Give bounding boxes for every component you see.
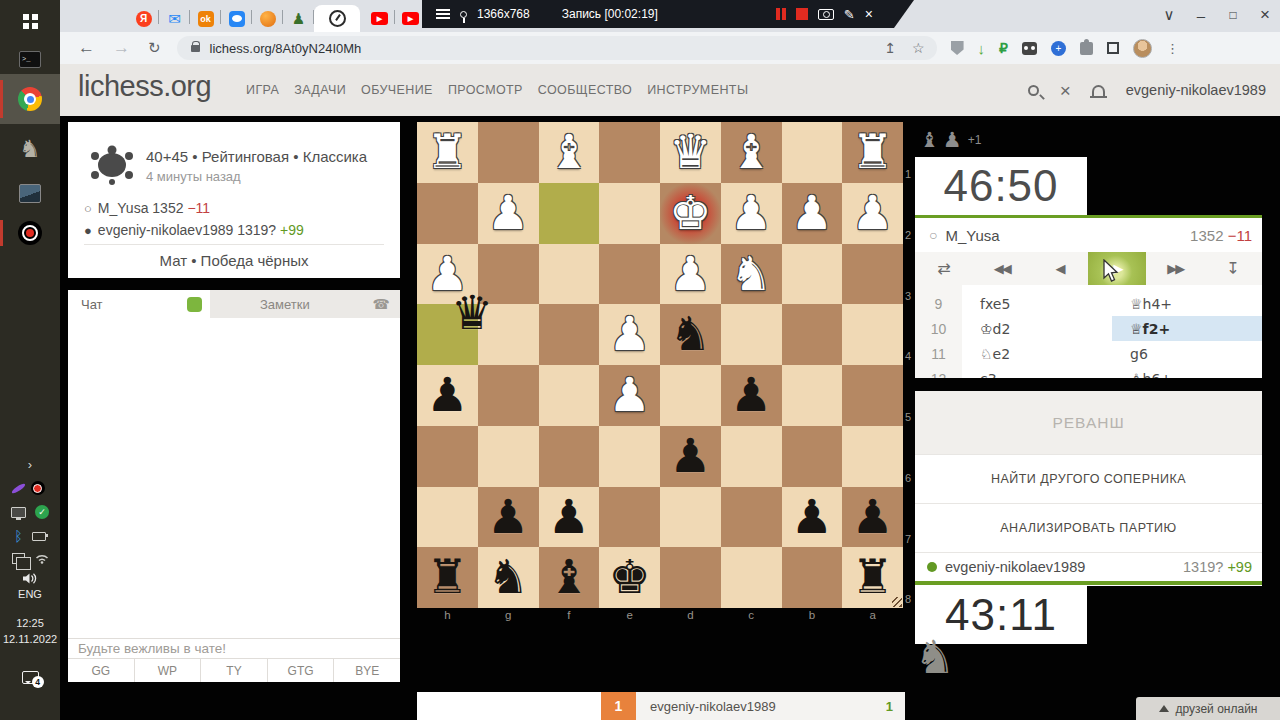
file-label-f: f	[539, 609, 600, 623]
time-ago-label: 4 минуты назад	[146, 169, 241, 184]
binoculars-extension-icon[interactable]	[1022, 42, 1037, 55]
square-g2[interactable]	[478, 183, 539, 244]
chess-pawn-favicon: ♟	[292, 10, 305, 28]
square-f5[interactable]	[539, 365, 600, 426]
nav-item-просмотр[interactable]: ПРОСМОТР	[448, 83, 523, 97]
os-taskbar: >_ ♞ › ✓ ᛒ ENG 12:25 12.11.2022 4	[0, 0, 60, 720]
search-icon[interactable]	[1028, 85, 1039, 96]
square-h8[interactable]	[417, 547, 478, 608]
taskbar-chess-app[interactable]: ♞	[0, 132, 60, 166]
square-d5[interactable]	[660, 365, 721, 426]
player-bottom-rating: 1319? +99	[1183, 559, 1252, 575]
move-white[interactable]: c3	[962, 366, 1112, 378]
turtle-classical-icon	[86, 144, 138, 186]
analyze-button[interactable]: АНАЛИЗИРОВАТЬ ПАРТИЮ	[915, 503, 1262, 552]
square-f1[interactable]	[539, 122, 600, 183]
square-g7[interactable]	[478, 487, 539, 548]
rank-label-3: 3	[905, 290, 911, 302]
tray-volume[interactable]	[0, 568, 60, 588]
player-top-name[interactable]: M_Yusa	[945, 227, 999, 244]
crosstable-total: 1	[886, 699, 893, 714]
url-text: lichess.org/8At0yN24I0Mh	[210, 41, 362, 56]
nav-item-задачи[interactable]: ЗАДАЧИ	[294, 83, 346, 97]
picture-icon	[19, 184, 41, 203]
white-rating-delta: −11	[187, 200, 210, 216]
start-button[interactable]	[0, 6, 60, 36]
crosstable-player-row[interactable]: evgeniy-nikolaev1989 1	[636, 692, 905, 720]
rank-label-2: 2	[905, 229, 911, 241]
square-b6[interactable]	[782, 426, 843, 487]
square-d6[interactable]	[660, 426, 721, 487]
square-g4[interactable]	[478, 304, 539, 365]
square-c3[interactable]	[721, 244, 782, 305]
square-d3[interactable]	[660, 244, 721, 305]
square-f4[interactable]	[539, 304, 600, 365]
lichess-logo[interactable]: lichess.org	[78, 70, 211, 103]
frame-icon[interactable]	[1107, 42, 1119, 54]
square-g8[interactable]	[478, 547, 539, 608]
move-row-12: 12c3♗h6+	[915, 366, 1262, 378]
square-a4[interactable]	[842, 304, 903, 365]
chevron-expand-icon: ›	[28, 457, 32, 472]
window-close-button[interactable]: ×	[1250, 0, 1280, 30]
lock-icon	[191, 45, 200, 52]
white-player-line[interactable]: ○M_Yusa 1352 −11	[84, 200, 210, 216]
feather-icon	[10, 482, 27, 494]
date-label: 12.11.2022	[0, 633, 60, 645]
square-a5[interactable]	[842, 365, 903, 426]
move-number: 9	[915, 291, 962, 316]
file-label-b: b	[782, 609, 843, 623]
knight-silhouette-icon: ♞	[914, 634, 955, 680]
square-c4[interactable]	[721, 304, 782, 365]
square-a2[interactable]	[842, 183, 903, 244]
captured-pawn-icon: ♟	[943, 128, 962, 152]
chat-tabs: Чат Заметки☎	[68, 290, 400, 318]
share-icon[interactable]: ↥	[884, 40, 896, 56]
black-rating-delta: +99	[280, 222, 304, 238]
material-score: +1	[968, 133, 982, 147]
header-username[interactable]: evgeniy-nikolaev1989	[1126, 82, 1266, 98]
terminal-icon: >_	[19, 51, 41, 68]
time-control-label: 40+45 • Рейтинговая • Классика	[146, 148, 367, 165]
stop-icon[interactable]	[796, 8, 808, 20]
tab-notes[interactable]: Заметки☎	[210, 290, 400, 318]
square-a3[interactable]	[842, 244, 903, 305]
square-d8[interactable]	[660, 547, 721, 608]
time-label: 12:25	[0, 617, 60, 629]
record-dot-icon	[31, 481, 45, 495]
language-label: ENG	[0, 588, 60, 600]
record-icon	[18, 221, 42, 245]
board-resize-grip[interactable]	[892, 597, 902, 607]
recorder-status: Запись [00:02:19]	[562, 7, 658, 21]
rematch-button[interactable]: РЕВАНШ	[915, 391, 1262, 454]
mouse-cursor	[1098, 259, 1122, 285]
chat-panel: Чат Заметки☎ Будьте вежливы в чате! GGWP…	[68, 290, 400, 682]
square-e7[interactable]	[599, 487, 660, 548]
chat-toggle[interactable]	[187, 297, 202, 312]
square-f6[interactable]	[539, 426, 600, 487]
post-game-card: РЕВАНШ НАЙТИ ДРУГОГО СОПЕРНИКА АНАЛИЗИРО…	[915, 391, 1262, 586]
messenger-favicon	[229, 11, 245, 27]
square-d7[interactable]	[660, 487, 721, 548]
browser-tab-mail[interactable]: ✉	[159, 5, 190, 32]
nav-item-игра[interactable]: ИГРА	[246, 83, 279, 97]
odnoklassniki-favicon: ok	[198, 11, 214, 27]
square-h2[interactable]	[417, 183, 478, 244]
taskbar-chrome[interactable]	[0, 74, 60, 124]
square-h7[interactable]	[417, 487, 478, 548]
file-label-a: a	[842, 609, 903, 623]
square-c2[interactable]	[721, 183, 782, 244]
browser-tab-lichess[interactable]	[314, 5, 360, 32]
crosstable: 1 evgeniy-nikolaev1989 1	[417, 692, 905, 720]
move-white[interactable]: fxe5	[962, 291, 1112, 316]
square-e5[interactable]	[599, 365, 660, 426]
move-number: 11	[915, 341, 962, 366]
chat-preset-buttons: GGWPTYGTGBYE	[68, 658, 400, 682]
file-label-d: d	[660, 609, 721, 623]
square-f7[interactable]	[539, 487, 600, 548]
wifi-icon	[35, 552, 49, 564]
nav-item-обучение[interactable]: ОБУЧЕНИЕ	[361, 83, 433, 97]
lichess-header: lichess.org ИГРАЗАДАЧИОБУЧЕНИЕПРОСМОТРСО…	[60, 64, 1280, 116]
rank-label-4: 4	[905, 350, 911, 362]
square-a6[interactable]	[842, 426, 903, 487]
move-list: 8♕d1c59fxe5♕h4+10♔d2♕f2+11♘e2g612c3♗h6+	[915, 285, 1262, 378]
move-black[interactable]: ♕h4+	[1112, 291, 1262, 316]
square-f2[interactable]	[539, 183, 600, 244]
browser-tab-ball[interactable]	[252, 5, 283, 32]
chat-preset-gg[interactable]: GG	[68, 659, 135, 682]
window-minimize-button[interactable]: –	[1186, 0, 1216, 30]
last-move-button[interactable]: ▶▶	[1146, 252, 1204, 285]
square-c7[interactable]	[721, 487, 782, 548]
tray-row-3[interactable]: ᛒ	[0, 526, 60, 546]
friends-online-bar[interactable]: друзей онлайн	[1136, 697, 1280, 720]
tray-clock-time[interactable]: 12:25	[0, 616, 60, 630]
shield-check-icon: ✓	[35, 505, 49, 519]
move-number: 10	[915, 316, 962, 341]
square-g5[interactable]	[478, 365, 539, 426]
pause-icon[interactable]	[776, 8, 786, 20]
window-stack-icon	[12, 553, 25, 564]
square-e3[interactable]	[599, 244, 660, 305]
browser-tab-chess-pawn[interactable]: ♟	[283, 5, 314, 32]
board-squares	[417, 122, 903, 608]
tray-row-2[interactable]: ✓	[0, 502, 60, 522]
move-row-11: 11♘e2g6	[915, 341, 1262, 366]
square-g6[interactable]	[478, 426, 539, 487]
square-c1[interactable]	[721, 122, 782, 183]
move-black[interactable]: ♗h6+	[1112, 366, 1262, 378]
square-h5[interactable]	[417, 365, 478, 426]
tray-language[interactable]: ENG	[0, 586, 60, 602]
ruble-extension-icon[interactable]: ₽	[999, 40, 1008, 56]
previous-move-button[interactable]: ◀	[1031, 252, 1089, 285]
captured-pieces: ♝ ♟ +1	[920, 128, 981, 152]
captured-bishop-icon: ♝	[920, 128, 939, 152]
new-opponent-button[interactable]: НАЙТИ ДРУГОГО СОПЕРНИКА	[915, 454, 1262, 503]
chess-knight-icon: ♞	[19, 135, 41, 163]
square-b3[interactable]	[782, 244, 843, 305]
ball-favicon	[260, 11, 276, 27]
square-h4[interactable]	[417, 304, 478, 365]
lichess-nav: ИГРАЗАДАЧИОБУЧЕНИЕПРОСМОТРСООБЩЕСТВОИНСТ…	[246, 83, 748, 97]
online-dot	[927, 562, 937, 572]
analysis-button[interactable]: ↧	[1204, 252, 1262, 285]
move-row-10: 10♔d2♕f2+	[915, 316, 1262, 341]
tray-clock-date[interactable]: 12.11.2022	[0, 632, 60, 646]
browser-tab-youtube[interactable]: ▶	[395, 5, 426, 32]
clock-top: 46:50	[915, 157, 1087, 215]
chrome-icon	[18, 87, 42, 111]
tab-chat[interactable]: Чат	[68, 290, 210, 318]
square-c8[interactable]	[721, 547, 782, 608]
triangle-up-icon	[1159, 705, 1169, 712]
square-b2[interactable]	[782, 183, 843, 244]
taskbar-terminal[interactable]: >_	[0, 44, 60, 74]
square-d4[interactable]	[660, 304, 721, 365]
square-b4[interactable]	[782, 304, 843, 365]
rank-label-8: 8	[905, 593, 911, 605]
square-h1[interactable]	[417, 122, 478, 183]
recorder-resolution: 1366x768	[477, 7, 530, 21]
tray-expand[interactable]: ›	[0, 455, 60, 473]
chat-preset-gtg[interactable]: GTG	[268, 659, 335, 682]
game-result-label: Мат • Победа чёрных	[68, 252, 400, 269]
move-black[interactable]: ♕f2+	[1112, 316, 1262, 341]
browser-tab-odnoklassniki[interactable]: ok	[190, 5, 221, 32]
youtube-favicon: ▶	[371, 12, 388, 25]
square-e8[interactable]	[599, 547, 660, 608]
file-label-h: h	[417, 609, 478, 623]
rank-label-6: 6	[905, 472, 911, 484]
square-f3[interactable]	[539, 244, 600, 305]
game-info-card: 40+45 • Рейтинговая • Классика 4 минуты …	[68, 122, 400, 278]
window-maximize-button[interactable]: □	[1218, 0, 1248, 30]
recorder-overlay: 1366x768 Запись [00:02:19] ✎ ×	[422, 0, 914, 28]
lichess-favicon	[329, 10, 346, 27]
browser-toolbar: ← → ↻ lichess.org/8At0yN24I0Mh ↥ ☆ ↓ ₽ +…	[60, 32, 1280, 64]
menu-burger-icon[interactable]	[436, 9, 450, 19]
black-circle-icon: ●	[84, 223, 92, 238]
player-bottom-row[interactable]: evgeniy-nikolaev1989 1319? +99	[915, 552, 1262, 585]
browser-tab-messenger[interactable]	[221, 5, 252, 32]
square-c5[interactable]	[721, 365, 782, 426]
move-white[interactable]: ♔d2	[962, 316, 1112, 341]
file-label-c: c	[721, 609, 782, 623]
speaker-icon	[22, 572, 38, 585]
pin-icon[interactable]	[460, 11, 467, 18]
active-app-indicator	[0, 220, 3, 246]
square-a7[interactable]	[842, 487, 903, 548]
square-d1[interactable]	[660, 122, 721, 183]
chat-preset-wp[interactable]: WP	[135, 659, 202, 682]
square-e6[interactable]	[599, 426, 660, 487]
back-button[interactable]: ←	[78, 38, 95, 58]
browser-menu-icon[interactable]: ⋮	[1166, 41, 1179, 56]
notification-icon: 4	[22, 671, 39, 684]
crosstable-score-cell[interactable]: 1	[601, 692, 636, 720]
file-coordinates: hgfedcba	[417, 609, 903, 623]
square-e1[interactable]	[599, 122, 660, 183]
file-label-e: e	[599, 609, 660, 623]
taskbar-picture-app[interactable]	[0, 176, 60, 210]
square-a1[interactable]	[842, 122, 903, 183]
square-h6[interactable]	[417, 426, 478, 487]
active-app-indicator	[0, 80, 3, 118]
square-e4[interactable]	[599, 304, 660, 365]
square-b8[interactable]	[782, 547, 843, 608]
flip-board-button[interactable]: ⇄	[915, 252, 973, 285]
monitor-icon	[11, 507, 26, 518]
square-b1[interactable]	[782, 122, 843, 183]
browser-tabstrip: Я✉ok♟▶▶ 1366x768 Запись [00:02:19] ✎ × ∨…	[60, 0, 1280, 32]
white-circle-icon: ○	[84, 201, 92, 216]
profile-avatar[interactable]	[1133, 39, 1152, 58]
replay-controls: ⇄◀◀◀▶▶▶↧	[915, 252, 1262, 285]
chat-preset-ty[interactable]: TY	[201, 659, 268, 682]
square-d2[interactable]	[660, 183, 721, 244]
first-move-button[interactable]: ◀◀	[973, 252, 1031, 285]
move-black[interactable]: g6	[1112, 341, 1262, 366]
screen: >_ ♞ › ✓ ᛒ ENG 12:25 12.11.2022 4 Я✉ok♟▶…	[0, 0, 1280, 720]
square-b7[interactable]	[782, 487, 843, 548]
battery-icon	[32, 532, 46, 541]
extensions-row: ↓ ₽ + ⋮	[951, 39, 1179, 58]
chat-messages-area	[68, 318, 400, 638]
player-bottom-name[interactable]: evgeniy-nikolaev1989	[945, 559, 1085, 575]
crosstable-player-name[interactable]: evgeniy-nikolaev1989	[650, 699, 776, 714]
notification-center[interactable]: 4	[0, 664, 60, 690]
close-recorder-icon[interactable]: ×	[865, 6, 873, 22]
friends-online-label: друзей онлайн	[1176, 702, 1258, 716]
window-dropdown-button[interactable]: ∨	[1154, 0, 1184, 30]
move-number: 12	[915, 366, 962, 378]
nav-item-сообщество[interactable]: СООБЩЕСТВО	[538, 83, 632, 97]
square-e2[interactable]	[599, 183, 660, 244]
square-b5[interactable]	[782, 365, 843, 426]
nav-item-инструменты[interactable]: ИНСТРУМЕНТЫ	[647, 83, 748, 97]
download-extension-icon[interactable]: ↓	[978, 40, 986, 57]
chat-input[interactable]: Будьте вежливы в чате!	[68, 638, 400, 658]
mail-favicon: ✉	[168, 10, 181, 28]
chat-preset-bye[interactable]: BYE	[334, 659, 400, 682]
square-h3[interactable]	[417, 244, 478, 305]
notifications-bell-icon[interactable]	[1092, 85, 1105, 96]
forward-button[interactable]: →	[113, 38, 130, 58]
globe-extension-icon[interactable]: +	[1051, 41, 1066, 56]
challenges-icon[interactable]: ×	[1060, 81, 1071, 100]
rank-label-1: 1	[905, 168, 911, 180]
white-circle-icon: ○	[929, 227, 937, 243]
file-label-g: g	[478, 609, 539, 623]
taskbar-recorder-app[interactable]	[0, 216, 60, 250]
reload-button[interactable]: ↻	[148, 39, 161, 57]
square-f8[interactable]	[539, 547, 600, 608]
phone-icon[interactable]: ☎	[373, 296, 390, 312]
chess-board: ♜♝♛♝♜♟♟♟♚♟♞♟♟♟♟♞♛♟♟♟♟♟♟♟♜♚♝♞♜	[417, 122, 903, 608]
address-bar[interactable]: lichess.org/8At0yN24I0Mh ↥ ☆	[177, 36, 937, 60]
player-top-row[interactable]: ○ M_Yusa 1352 −11	[915, 215, 1262, 252]
black-player-line[interactable]: ●evgeniy-nikolaev1989 1319? +99	[84, 222, 304, 238]
square-g1[interactable]	[478, 122, 539, 183]
shield-extension-icon[interactable]	[951, 41, 964, 55]
crosstable-empty-cell	[417, 692, 601, 720]
extensions-puzzle-icon[interactable]	[1080, 42, 1093, 55]
notification-badge: 4	[32, 676, 44, 688]
tray-row-4[interactable]	[0, 548, 60, 568]
rank-label-5: 5	[905, 411, 911, 423]
square-c6[interactable]	[721, 426, 782, 487]
square-g3[interactable]	[478, 244, 539, 305]
player-top-rating: 1352 −11	[1190, 227, 1252, 244]
bookmark-star-icon[interactable]: ☆	[912, 40, 925, 56]
rank-label-7: 7	[905, 533, 911, 545]
move-row-9: 9fxe5♕h4+	[915, 291, 1262, 316]
browser-tab-youtube[interactable]: ▶	[364, 5, 395, 32]
divider	[84, 244, 384, 245]
camera-icon[interactable]	[818, 9, 834, 20]
move-white[interactable]: ♘e2	[962, 341, 1112, 366]
windows-logo-icon	[23, 14, 38, 29]
pencil-icon[interactable]: ✎	[844, 7, 855, 22]
youtube-favicon: ▶	[402, 12, 419, 25]
tray-row-1[interactable]	[0, 478, 60, 498]
bluetooth-icon: ᛒ	[14, 528, 22, 544]
browser-tab-yandex[interactable]: Я	[128, 5, 159, 32]
yandex-favicon: Я	[136, 11, 152, 27]
